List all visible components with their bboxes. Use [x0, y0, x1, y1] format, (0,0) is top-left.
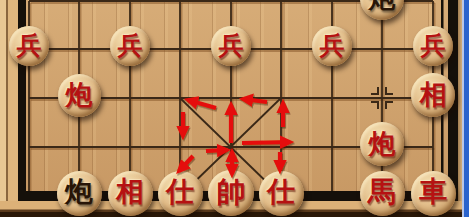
move-hint-arrows-layer [0, 0, 469, 217]
move-hint-arrow [179, 156, 193, 171]
xiangqi-game-screenshot: 炮兵兵兵兵兵炮相炮炮相仕帥仕馬車 [0, 0, 469, 217]
move-hint-arrow [188, 100, 216, 108]
move-hint-arrow [206, 150, 227, 151]
move-hint-arrow [243, 99, 267, 102]
move-hint-arrows [179, 99, 290, 174]
move-hint-arrow [242, 142, 290, 143]
